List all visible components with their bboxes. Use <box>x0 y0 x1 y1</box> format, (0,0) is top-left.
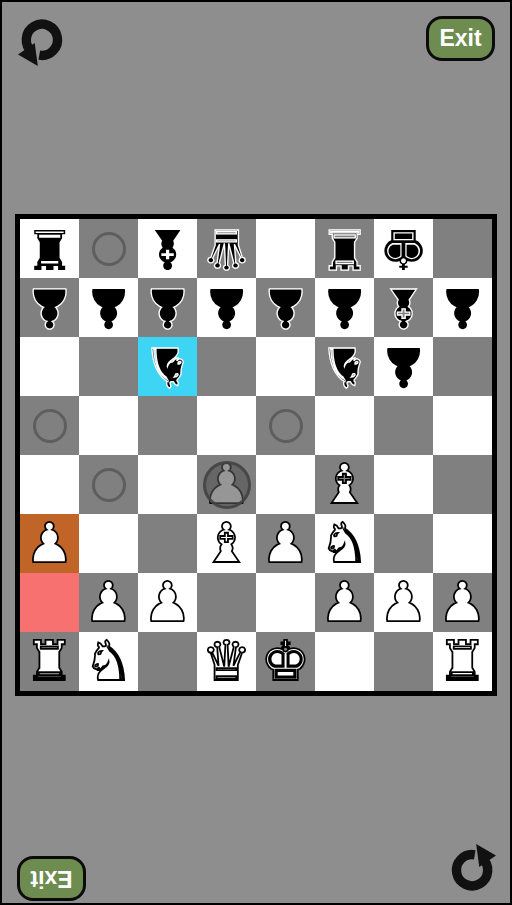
square-f8[interactable]: ♜ <box>315 219 374 278</box>
white-king: ♚ <box>261 634 310 689</box>
white-pawn: ♟ <box>379 575 428 630</box>
square-h3[interactable] <box>433 514 492 573</box>
square-c1[interactable] <box>138 632 197 691</box>
square-b5[interactable] <box>79 396 138 455</box>
black-knight: ♞ <box>143 339 192 394</box>
black-pawn: ♟ <box>143 280 192 335</box>
square-b1[interactable]: ♞ <box>79 632 138 691</box>
black-pawn: ♟ <box>25 280 74 335</box>
square-h2[interactable]: ♟ <box>433 573 492 632</box>
square-c7[interactable]: ♟ <box>138 278 197 337</box>
black-bishop: ♝ <box>143 221 192 276</box>
black-pawn: ♟ <box>202 280 251 335</box>
square-f3[interactable]: ♞ <box>315 514 374 573</box>
white-queen: ♛ <box>202 634 251 689</box>
black-king: ♚ <box>379 221 428 276</box>
square-d8[interactable]: ♛ <box>197 219 256 278</box>
square-c3[interactable] <box>138 514 197 573</box>
square-e7[interactable]: ♟ <box>256 278 315 337</box>
white-rook: ♜ <box>438 634 487 689</box>
black-rook: ♜ <box>320 221 369 276</box>
square-g4[interactable] <box>374 455 433 514</box>
square-d3[interactable]: ♝ <box>197 514 256 573</box>
white-pawn: ♟ <box>320 575 369 630</box>
square-f2[interactable]: ♟ <box>315 573 374 632</box>
black-pawn: ♟ <box>84 280 133 335</box>
white-pawn: ♟ <box>84 575 133 630</box>
square-e6[interactable] <box>256 337 315 396</box>
square-f1[interactable] <box>315 632 374 691</box>
white-knight: ♞ <box>84 634 133 689</box>
black-pawn: ♟ <box>320 280 369 335</box>
square-b8[interactable] <box>79 219 138 278</box>
white-pawn: ♟ <box>438 575 487 630</box>
square-h6[interactable] <box>433 337 492 396</box>
square-d1[interactable]: ♛ <box>197 632 256 691</box>
square-f5[interactable] <box>315 396 374 455</box>
square-e2[interactable] <box>256 573 315 632</box>
black-rook: ♜ <box>25 221 74 276</box>
square-g7[interactable]: ♝ <box>374 278 433 337</box>
square-g1[interactable] <box>374 632 433 691</box>
square-c4[interactable] <box>138 455 197 514</box>
square-g8[interactable]: ♚ <box>374 219 433 278</box>
chess-board: ♜♝♛♜♚♟♟♟♟♟♟♝♟♞♞♟♟♝♟♝♟♞♟♟♟♟♟♜♞♛♚♜ <box>15 214 497 696</box>
move-target-ring <box>92 468 126 502</box>
square-h7[interactable]: ♟ <box>433 278 492 337</box>
capture-target-overlay <box>203 461 251 509</box>
square-e1[interactable]: ♚ <box>256 632 315 691</box>
square-e8[interactable] <box>256 219 315 278</box>
black-pawn: ♟ <box>438 280 487 335</box>
white-knight: ♞ <box>320 516 369 571</box>
square-c6[interactable]: ♞ <box>138 337 197 396</box>
square-h4[interactable] <box>433 455 492 514</box>
square-b2[interactable]: ♟ <box>79 573 138 632</box>
white-bishop: ♝ <box>320 457 369 512</box>
square-a7[interactable]: ♟ <box>20 278 79 337</box>
rotate-counterclockwise-icon[interactable] <box>17 14 67 70</box>
square-c5[interactable] <box>138 396 197 455</box>
square-a4[interactable] <box>20 455 79 514</box>
square-a5[interactable] <box>20 396 79 455</box>
square-e4[interactable] <box>256 455 315 514</box>
square-g3[interactable] <box>374 514 433 573</box>
square-e3[interactable]: ♟ <box>256 514 315 573</box>
square-b7[interactable]: ♟ <box>79 278 138 337</box>
black-bishop: ♝ <box>379 280 428 335</box>
square-h8[interactable] <box>433 219 492 278</box>
square-g6[interactable]: ♟ <box>374 337 433 396</box>
exit-button-top-label: Exit <box>439 25 481 52</box>
white-pawn: ♟ <box>143 575 192 630</box>
move-target-ring <box>33 409 67 443</box>
square-h5[interactable] <box>433 396 492 455</box>
square-a8[interactable]: ♜ <box>20 219 79 278</box>
square-a6[interactable] <box>20 337 79 396</box>
black-knight: ♞ <box>320 339 369 394</box>
square-d7[interactable]: ♟ <box>197 278 256 337</box>
white-rook: ♜ <box>25 634 74 689</box>
square-e5[interactable] <box>256 396 315 455</box>
square-f4[interactable]: ♝ <box>315 455 374 514</box>
black-queen: ♛ <box>202 221 251 276</box>
square-d5[interactable] <box>197 396 256 455</box>
white-bishop: ♝ <box>202 516 251 571</box>
black-pawn: ♟ <box>261 280 310 335</box>
square-h1[interactable]: ♜ <box>433 632 492 691</box>
white-pawn: ♟ <box>25 516 74 571</box>
app-screen: Exit ♜♝♛♜♚♟♟♟♟♟♟♝♟♞♞♟♟♝♟♝♟♞♟♟♟♟♟♜♞♛♚♜ Ex… <box>0 0 512 905</box>
move-target-ring <box>92 232 126 266</box>
square-d6[interactable] <box>197 337 256 396</box>
square-b6[interactable] <box>79 337 138 396</box>
square-c2[interactable]: ♟ <box>138 573 197 632</box>
exit-button-bottom[interactable]: Exit <box>17 856 86 901</box>
square-f7[interactable]: ♟ <box>315 278 374 337</box>
square-f6[interactable]: ♞ <box>315 337 374 396</box>
square-a3[interactable]: ♟ <box>20 514 79 573</box>
rotate-clockwise-icon[interactable] <box>447 840 497 896</box>
square-d4[interactable]: ♟ <box>197 455 256 514</box>
square-b4[interactable] <box>79 455 138 514</box>
white-pawn: ♟ <box>261 516 310 571</box>
square-a2[interactable] <box>20 573 79 632</box>
square-a1[interactable]: ♜ <box>20 632 79 691</box>
exit-button-bottom-label: Exit <box>30 865 72 892</box>
square-b3[interactable] <box>79 514 138 573</box>
square-d2[interactable] <box>197 573 256 632</box>
square-g2[interactable]: ♟ <box>374 573 433 632</box>
black-pawn: ♟ <box>379 339 428 394</box>
square-c8[interactable]: ♝ <box>138 219 197 278</box>
exit-button-top[interactable]: Exit <box>426 16 495 61</box>
square-g5[interactable] <box>374 396 433 455</box>
move-target-ring <box>269 409 303 443</box>
